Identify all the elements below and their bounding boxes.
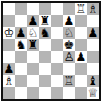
black-bishop-h2: ♝ — [88, 75, 99, 87]
square-g2[interactable] — [75, 75, 87, 87]
square-e5[interactable] — [51, 39, 63, 51]
square-d1[interactable] — [39, 87, 51, 99]
square-b3[interactable] — [15, 63, 27, 75]
square-g6[interactable] — [75, 27, 87, 39]
square-g3[interactable] — [75, 63, 87, 75]
black-knight-b5: ♞ — [16, 39, 27, 51]
square-h7[interactable] — [87, 15, 99, 27]
white-queen-h1: ♕ — [88, 87, 99, 99]
square-a2[interactable]: ♗ — [3, 75, 15, 87]
square-g8[interactable]: ♖ — [75, 3, 87, 15]
square-g1[interactable] — [75, 87, 87, 99]
square-d3[interactable] — [39, 63, 51, 75]
square-c3[interactable] — [27, 63, 39, 75]
square-b2[interactable] — [15, 75, 27, 87]
square-b6[interactable]: ♟ — [15, 27, 27, 39]
square-d8[interactable] — [39, 3, 51, 15]
square-h1[interactable]: ♕ — [87, 87, 99, 99]
square-b5[interactable]: ♞ — [15, 39, 27, 51]
square-a1[interactable] — [3, 87, 15, 99]
white-rook-f2: ♖ — [64, 75, 75, 87]
square-f2[interactable]: ♖ — [63, 75, 75, 87]
square-g5[interactable] — [75, 39, 87, 51]
square-d4[interactable] — [39, 51, 51, 63]
white-king-a6: ♔ — [4, 27, 15, 39]
square-h6[interactable]: ♟ — [87, 27, 99, 39]
square-e3[interactable] — [51, 63, 63, 75]
square-b7[interactable] — [15, 15, 27, 27]
square-c8[interactable] — [27, 3, 39, 15]
square-b4[interactable] — [15, 51, 27, 63]
square-d7[interactable]: ♜ — [39, 15, 51, 27]
square-a3[interactable]: ♟ — [3, 63, 15, 75]
black-pawn-f7: ♟ — [64, 15, 75, 27]
square-e1[interactable] — [51, 87, 63, 99]
black-knight-d6: ♞ — [40, 27, 51, 39]
black-rook-d7: ♜ — [40, 15, 51, 27]
chess-diagram: ♖♗♟♜♟♔♟♘♞♘♟♞♜♚♙♟♟♗♖♝♕ — [0, 0, 103, 103]
square-c1[interactable] — [27, 87, 39, 99]
square-f6[interactable]: ♘ — [63, 27, 75, 39]
square-b1[interactable] — [15, 87, 27, 99]
black-king-f5: ♚ — [64, 39, 75, 51]
square-g7[interactable] — [75, 15, 87, 27]
black-rook-c5: ♜ — [28, 39, 39, 51]
square-e2[interactable] — [51, 75, 63, 87]
black-pawn-g4: ♟ — [76, 51, 87, 63]
square-a5[interactable] — [3, 39, 15, 51]
square-d5[interactable] — [39, 39, 51, 51]
square-g4[interactable]: ♟ — [75, 51, 87, 63]
white-knight-f6: ♘ — [64, 27, 75, 39]
board-frame: ♖♗♟♜♟♔♟♘♞♘♟♞♜♚♙♟♟♗♖♝♕ — [1, 1, 101, 101]
white-pawn-f4: ♙ — [64, 51, 75, 63]
square-c5[interactable]: ♜ — [27, 39, 39, 51]
white-bishop-h8: ♗ — [88, 3, 99, 15]
square-f8[interactable] — [63, 3, 75, 15]
square-f5[interactable]: ♚ — [63, 39, 75, 51]
square-h3[interactable] — [87, 63, 99, 75]
black-pawn-b6: ♟ — [16, 27, 27, 39]
square-a4[interactable] — [3, 51, 15, 63]
square-h5[interactable] — [87, 39, 99, 51]
square-a7[interactable] — [3, 15, 15, 27]
square-f7[interactable]: ♟ — [63, 15, 75, 27]
black-pawn-c7: ♟ — [28, 15, 39, 27]
square-h8[interactable]: ♗ — [87, 3, 99, 15]
square-f3[interactable] — [63, 63, 75, 75]
square-c2[interactable] — [27, 75, 39, 87]
black-pawn-h6: ♟ — [88, 27, 99, 39]
square-d6[interactable]: ♞ — [39, 27, 51, 39]
black-pawn-a3: ♟ — [4, 63, 15, 75]
square-c4[interactable] — [27, 51, 39, 63]
square-a6[interactable]: ♔ — [3, 27, 15, 39]
square-c7[interactable]: ♟ — [27, 15, 39, 27]
white-knight-c6: ♘ — [28, 27, 39, 39]
square-e6[interactable] — [51, 27, 63, 39]
square-a8[interactable] — [3, 3, 15, 15]
square-d2[interactable] — [39, 75, 51, 87]
square-e4[interactable] — [51, 51, 63, 63]
square-e7[interactable] — [51, 15, 63, 27]
square-b8[interactable] — [15, 3, 27, 15]
white-bishop-a2: ♗ — [4, 75, 15, 87]
square-f1[interactable] — [63, 87, 75, 99]
square-c6[interactable]: ♘ — [27, 27, 39, 39]
square-f4[interactable]: ♙ — [63, 51, 75, 63]
chess-board[interactable]: ♖♗♟♜♟♔♟♘♞♘♟♞♜♚♙♟♟♗♖♝♕ — [3, 3, 99, 99]
square-e8[interactable] — [51, 3, 63, 15]
square-h4[interactable] — [87, 51, 99, 63]
square-h2[interactable]: ♝ — [87, 75, 99, 87]
white-rook-g8: ♖ — [76, 3, 87, 15]
